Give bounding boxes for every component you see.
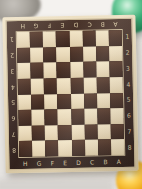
- square-h8[interactable]: [19, 141, 32, 157]
- rank-label-right-5: 5: [127, 97, 131, 103]
- square-e8[interactable]: [58, 140, 71, 156]
- square-h5[interactable]: [18, 94, 31, 110]
- file-label-top-h: H: [20, 23, 25, 29]
- square-c5[interactable]: [84, 93, 97, 109]
- square-c7[interactable]: [84, 124, 97, 140]
- file-label-bottom-b: B: [103, 159, 107, 165]
- square-g2[interactable]: [30, 47, 43, 63]
- file-label-bottom-c: C: [90, 159, 94, 165]
- rank-label-left-2: 2: [10, 52, 14, 58]
- file-labels-bottom: HGFEDCBA: [18, 156, 125, 169]
- rank-label-left-4: 4: [10, 84, 14, 90]
- square-h3[interactable]: [17, 63, 30, 79]
- square-f7[interactable]: [45, 125, 58, 141]
- square-h4[interactable]: [18, 79, 31, 95]
- rank-label-left-5: 5: [11, 100, 15, 106]
- square-g6[interactable]: [31, 110, 44, 126]
- file-label-bottom-d: D: [76, 159, 81, 165]
- square-g8[interactable]: [32, 141, 45, 157]
- square-d1[interactable]: [69, 31, 82, 47]
- square-g5[interactable]: [31, 94, 44, 110]
- photo-of-chess-board: HGFEDCBA 12345678 12345678 HGFEDCBA: [0, 0, 142, 189]
- file-label-bottom-e: E: [63, 160, 67, 166]
- rank-label-right-6: 6: [127, 113, 131, 119]
- frame-corner-bottom-right: [125, 156, 134, 167]
- file-label-top-e: E: [60, 22, 64, 28]
- rank-label-left-3: 3: [10, 68, 14, 74]
- square-a8[interactable]: [111, 139, 124, 155]
- square-f3[interactable]: [44, 63, 57, 79]
- file-label-bottom-g: G: [37, 160, 42, 166]
- rank-label-right-8: 8: [128, 145, 132, 151]
- file-label-top-a: A: [114, 21, 118, 27]
- square-h6[interactable]: [18, 110, 31, 126]
- square-b8[interactable]: [98, 140, 111, 156]
- file-label-bottom-f: F: [51, 160, 55, 166]
- table-shadow: [0, 179, 114, 189]
- square-d6[interactable]: [71, 109, 84, 125]
- square-f2[interactable]: [43, 47, 56, 63]
- square-d2[interactable]: [70, 46, 83, 62]
- square-c8[interactable]: [85, 140, 98, 156]
- square-a6[interactable]: [110, 108, 123, 124]
- square-g7[interactable]: [32, 125, 45, 141]
- square-e4[interactable]: [57, 78, 70, 94]
- rank-label-left-1: 1: [9, 36, 13, 42]
- file-label-bottom-a: A: [117, 158, 121, 164]
- square-a3[interactable]: [109, 61, 122, 77]
- file-label-top-b: B: [100, 21, 104, 27]
- square-g1[interactable]: [30, 32, 43, 48]
- square-d7[interactable]: [71, 124, 84, 140]
- square-c1[interactable]: [82, 30, 95, 46]
- square-b7[interactable]: [97, 124, 110, 140]
- rank-label-right-1: 1: [125, 34, 129, 40]
- square-f6[interactable]: [45, 109, 58, 125]
- rank-label-left-8: 8: [12, 147, 16, 153]
- square-f4[interactable]: [44, 78, 57, 94]
- frame-corner-bottom-left: [9, 158, 18, 169]
- square-d5[interactable]: [70, 93, 83, 109]
- square-a7[interactable]: [111, 124, 124, 140]
- square-c6[interactable]: [84, 109, 97, 125]
- chess-board: HGFEDCBA 12345678 12345678 HGFEDCBA: [2, 15, 138, 174]
- file-label-top-d: D: [73, 22, 78, 28]
- square-h2[interactable]: [17, 47, 30, 63]
- square-g4[interactable]: [31, 78, 44, 94]
- square-g3[interactable]: [30, 63, 43, 79]
- square-b5[interactable]: [97, 93, 110, 109]
- square-h1[interactable]: [17, 32, 30, 48]
- square-b1[interactable]: [95, 30, 108, 46]
- file-label-top-f: F: [48, 22, 52, 28]
- square-a4[interactable]: [110, 77, 123, 93]
- square-d4[interactable]: [70, 78, 83, 94]
- square-e6[interactable]: [58, 109, 71, 125]
- file-label-bottom-h: H: [23, 160, 28, 166]
- rank-labels-right: 12345678: [123, 29, 135, 156]
- rank-label-right-2: 2: [126, 50, 130, 56]
- square-b3[interactable]: [96, 61, 109, 77]
- square-c2[interactable]: [83, 46, 96, 62]
- frame-corner-top-right: [122, 19, 131, 29]
- square-a5[interactable]: [110, 92, 123, 108]
- square-e1[interactable]: [56, 31, 69, 47]
- board-frame: HGFEDCBA 12345678 12345678 HGFEDCBA: [5, 18, 135, 171]
- file-label-top-c: C: [87, 22, 91, 28]
- rank-label-right-3: 3: [126, 65, 130, 71]
- square-f1[interactable]: [43, 31, 56, 47]
- square-f5[interactable]: [44, 94, 57, 110]
- square-d8[interactable]: [71, 140, 84, 156]
- square-e3[interactable]: [57, 62, 70, 78]
- square-a2[interactable]: [109, 46, 122, 62]
- square-c4[interactable]: [83, 77, 96, 93]
- square-f8[interactable]: [45, 141, 58, 157]
- square-c3[interactable]: [83, 62, 96, 78]
- rank-label-left-7: 7: [11, 131, 15, 137]
- square-e7[interactable]: [58, 125, 71, 141]
- square-e5[interactable]: [57, 94, 70, 110]
- rank-label-left-6: 6: [11, 115, 15, 121]
- square-a1[interactable]: [109, 30, 122, 46]
- square-e2[interactable]: [56, 47, 69, 63]
- file-label-top-g: G: [34, 23, 39, 29]
- square-h7[interactable]: [19, 126, 32, 142]
- square-b4[interactable]: [96, 77, 109, 93]
- square-b2[interactable]: [96, 46, 109, 62]
- frame-corner-top-left: [6, 21, 15, 31]
- square-b6[interactable]: [97, 108, 110, 124]
- square-d3[interactable]: [70, 62, 83, 78]
- rank-label-right-4: 4: [126, 81, 130, 87]
- rank-label-right-7: 7: [127, 129, 131, 135]
- board-grid: [16, 29, 126, 158]
